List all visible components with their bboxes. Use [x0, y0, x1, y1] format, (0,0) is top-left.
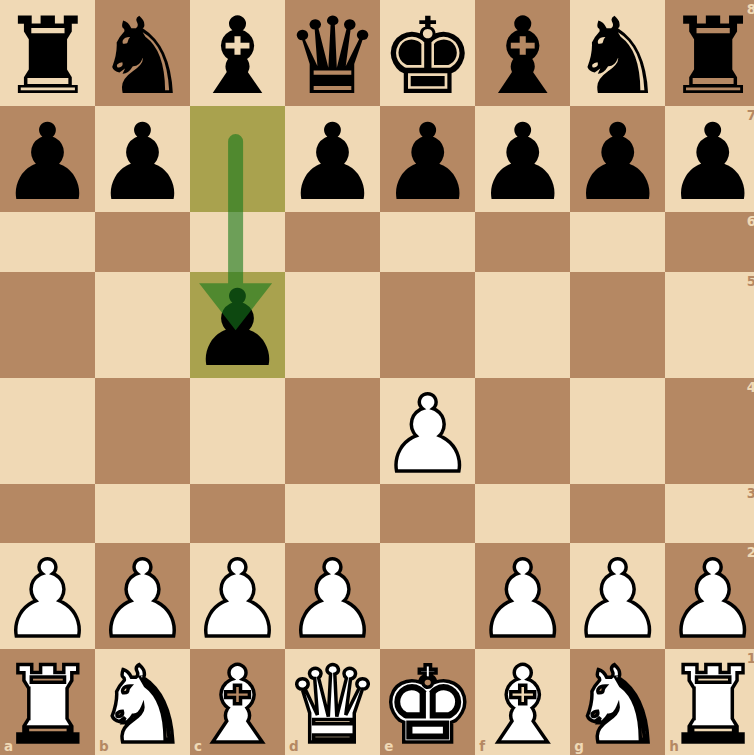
rank-label-6: 6 [747, 215, 754, 229]
black-pawn-c5[interactable]: ♟ [190, 276, 285, 382]
square-a5[interactable] [0, 272, 95, 378]
square-e2[interactable] [380, 543, 475, 649]
square-h2[interactable]: ♟2 [665, 543, 754, 649]
white-pawn-h2[interactable]: ♟ [665, 547, 754, 653]
square-h3[interactable]: 3 [665, 484, 754, 544]
square-f1[interactable]: ♝f [475, 649, 570, 755]
black-rook-h8[interactable]: ♜ [665, 4, 754, 110]
square-e4[interactable]: ♟ [380, 378, 475, 484]
square-a4[interactable] [0, 378, 95, 484]
square-a1[interactable]: ♜a [0, 649, 95, 755]
black-queen-d8[interactable]: ♛ [285, 4, 380, 110]
square-f3[interactable] [475, 484, 570, 544]
square-f5[interactable] [475, 272, 570, 378]
square-h6[interactable]: 6 [665, 212, 754, 272]
white-knight-b1[interactable]: ♞ [95, 653, 190, 755]
black-pawn-d7[interactable]: ♟ [285, 110, 380, 216]
rank-label-3: 3 [747, 487, 754, 501]
square-f7[interactable]: ♟ [475, 106, 570, 212]
black-pawn-g7[interactable]: ♟ [570, 110, 665, 216]
square-a7[interactable]: ♟ [0, 106, 95, 212]
black-pawn-a7[interactable]: ♟ [0, 110, 95, 216]
white-rook-a1[interactable]: ♜ [0, 653, 95, 755]
square-b7[interactable]: ♟ [95, 106, 190, 212]
square-h5[interactable]: 5 [665, 272, 754, 378]
square-a8[interactable]: ♜ [0, 0, 95, 106]
white-king-e1[interactable]: ♚ [380, 653, 475, 755]
black-rook-a8[interactable]: ♜ [0, 4, 95, 110]
white-queen-d1[interactable]: ♛ [285, 653, 380, 755]
square-b3[interactable] [95, 484, 190, 544]
square-b4[interactable] [95, 378, 190, 484]
square-a2[interactable]: ♟ [0, 543, 95, 649]
square-d7[interactable]: ♟ [285, 106, 380, 212]
square-a3[interactable] [0, 484, 95, 544]
square-e5[interactable] [380, 272, 475, 378]
square-c7[interactable] [190, 106, 285, 212]
board-squares: ♜♞♝♛♚♝♞♜8♟♟♟♟♟♟♟76♟5♟43♟♟♟♟♟♟♟2♜a♞b♝c♛d♚… [0, 0, 754, 755]
square-c3[interactable] [190, 484, 285, 544]
square-e7[interactable]: ♟ [380, 106, 475, 212]
black-pawn-e7[interactable]: ♟ [380, 110, 475, 216]
square-g4[interactable] [570, 378, 665, 484]
square-e3[interactable] [380, 484, 475, 544]
black-pawn-f7[interactable]: ♟ [475, 110, 570, 216]
white-rook-h1[interactable]: ♜ [665, 653, 754, 755]
square-e1[interactable]: ♚e [380, 649, 475, 755]
square-d5[interactable] [285, 272, 380, 378]
square-b5[interactable] [95, 272, 190, 378]
square-g6[interactable] [570, 212, 665, 272]
square-f8[interactable]: ♝ [475, 0, 570, 106]
square-e6[interactable] [380, 212, 475, 272]
square-h7[interactable]: ♟7 [665, 106, 754, 212]
square-a6[interactable] [0, 212, 95, 272]
square-d6[interactable] [285, 212, 380, 272]
square-d8[interactable]: ♛ [285, 0, 380, 106]
white-knight-g1[interactable]: ♞ [570, 653, 665, 755]
square-h4[interactable]: 4 [665, 378, 754, 484]
white-pawn-g2[interactable]: ♟ [570, 547, 665, 653]
square-b8[interactable]: ♞ [95, 0, 190, 106]
square-g8[interactable]: ♞ [570, 0, 665, 106]
white-pawn-b2[interactable]: ♟ [95, 547, 190, 653]
square-f2[interactable]: ♟ [475, 543, 570, 649]
square-d3[interactable] [285, 484, 380, 544]
white-pawn-f2[interactable]: ♟ [475, 547, 570, 653]
square-f4[interactable] [475, 378, 570, 484]
black-pawn-b7[interactable]: ♟ [95, 110, 190, 216]
black-bishop-f8[interactable]: ♝ [475, 4, 570, 110]
white-pawn-e4[interactable]: ♟ [380, 382, 475, 488]
white-bishop-f1[interactable]: ♝ [475, 653, 570, 755]
square-c8[interactable]: ♝ [190, 0, 285, 106]
square-b1[interactable]: ♞b [95, 649, 190, 755]
square-d4[interactable] [285, 378, 380, 484]
square-c5[interactable]: ♟ [190, 272, 285, 378]
square-d2[interactable]: ♟ [285, 543, 380, 649]
white-pawn-d2[interactable]: ♟ [285, 547, 380, 653]
square-d1[interactable]: ♛d [285, 649, 380, 755]
square-g1[interactable]: ♞g [570, 649, 665, 755]
black-bishop-c8[interactable]: ♝ [190, 4, 285, 110]
square-f6[interactable] [475, 212, 570, 272]
white-pawn-a2[interactable]: ♟ [0, 547, 95, 653]
square-g2[interactable]: ♟ [570, 543, 665, 649]
white-bishop-c1[interactable]: ♝ [190, 653, 285, 755]
black-pawn-h7[interactable]: ♟ [665, 110, 754, 216]
square-b6[interactable] [95, 212, 190, 272]
square-g5[interactable] [570, 272, 665, 378]
black-knight-g8[interactable]: ♞ [570, 4, 665, 110]
black-knight-b8[interactable]: ♞ [95, 4, 190, 110]
square-g3[interactable] [570, 484, 665, 544]
square-c6[interactable] [190, 212, 285, 272]
white-pawn-c2[interactable]: ♟ [190, 547, 285, 653]
black-king-e8[interactable]: ♚ [380, 4, 475, 110]
square-g7[interactable]: ♟ [570, 106, 665, 212]
square-h8[interactable]: ♜8 [665, 0, 754, 106]
rank-label-4: 4 [747, 381, 754, 395]
square-c1[interactable]: ♝c [190, 649, 285, 755]
rank-label-5: 5 [747, 275, 754, 289]
square-e8[interactable]: ♚ [380, 0, 475, 106]
square-c2[interactable]: ♟ [190, 543, 285, 649]
square-c4[interactable] [190, 378, 285, 484]
square-h1[interactable]: ♜1h [665, 649, 754, 755]
chess-board: ♜♞♝♛♚♝♞♜8♟♟♟♟♟♟♟76♟5♟43♟♟♟♟♟♟♟2♜a♞b♝c♛d♚… [0, 0, 754, 755]
square-b2[interactable]: ♟ [95, 543, 190, 649]
